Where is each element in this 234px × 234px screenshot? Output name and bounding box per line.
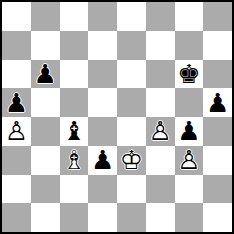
square-h4[interactable] bbox=[203, 117, 232, 146]
square-f7[interactable] bbox=[146, 31, 175, 60]
square-b5[interactable] bbox=[31, 88, 60, 117]
square-g5[interactable] bbox=[175, 88, 204, 117]
square-c5[interactable] bbox=[60, 88, 89, 117]
white-pawn: ♟♙ bbox=[175, 146, 204, 175]
square-c6[interactable] bbox=[60, 60, 89, 89]
square-g7[interactable] bbox=[175, 31, 204, 60]
square-f3[interactable] bbox=[146, 146, 175, 175]
square-b8[interactable] bbox=[31, 2, 60, 31]
square-b1[interactable] bbox=[31, 203, 60, 232]
black-bishop: ♝ bbox=[60, 117, 89, 146]
square-e7[interactable] bbox=[117, 31, 146, 60]
square-c2[interactable] bbox=[60, 175, 89, 204]
black-pawn: ♟ bbox=[31, 60, 60, 89]
square-h8[interactable] bbox=[203, 2, 232, 31]
square-e6[interactable] bbox=[117, 60, 146, 89]
black-pawn: ♟ bbox=[175, 117, 204, 146]
square-b3[interactable] bbox=[31, 146, 60, 175]
square-d2[interactable] bbox=[88, 175, 117, 204]
white-bishop: ♝♗ bbox=[60, 146, 89, 175]
square-c3[interactable]: ♝♗ bbox=[60, 146, 89, 175]
square-f4[interactable]: ♟♙ bbox=[146, 117, 175, 146]
square-d5[interactable] bbox=[88, 88, 117, 117]
square-c8[interactable] bbox=[60, 2, 89, 31]
black-king: ♚ bbox=[175, 60, 204, 89]
square-h1[interactable] bbox=[203, 203, 232, 232]
square-g4[interactable]: ♟ bbox=[175, 117, 204, 146]
square-a6[interactable] bbox=[2, 60, 31, 89]
square-e5[interactable] bbox=[117, 88, 146, 117]
square-f6[interactable] bbox=[146, 60, 175, 89]
square-e1[interactable] bbox=[117, 203, 146, 232]
square-a3[interactable] bbox=[2, 146, 31, 175]
square-a7[interactable] bbox=[2, 31, 31, 60]
square-e4[interactable] bbox=[117, 117, 146, 146]
square-g3[interactable]: ♟♙ bbox=[175, 146, 204, 175]
square-f5[interactable] bbox=[146, 88, 175, 117]
square-f2[interactable] bbox=[146, 175, 175, 204]
square-a1[interactable] bbox=[2, 203, 31, 232]
square-d7[interactable] bbox=[88, 31, 117, 60]
square-e2[interactable] bbox=[117, 175, 146, 204]
white-king: ♚♔ bbox=[117, 146, 146, 175]
square-g1[interactable] bbox=[175, 203, 204, 232]
square-a2[interactable] bbox=[2, 175, 31, 204]
black-pawn: ♟ bbox=[203, 88, 232, 117]
square-d8[interactable] bbox=[88, 2, 117, 31]
square-g2[interactable] bbox=[175, 175, 204, 204]
square-b7[interactable] bbox=[31, 31, 60, 60]
white-pawn: ♟♙ bbox=[146, 117, 175, 146]
square-b4[interactable] bbox=[31, 117, 60, 146]
square-h2[interactable] bbox=[203, 175, 232, 204]
square-h6[interactable] bbox=[203, 60, 232, 89]
square-a8[interactable] bbox=[2, 2, 31, 31]
square-h7[interactable] bbox=[203, 31, 232, 60]
square-d1[interactable] bbox=[88, 203, 117, 232]
square-b6[interactable]: ♟ bbox=[31, 60, 60, 89]
square-g8[interactable] bbox=[175, 2, 204, 31]
square-g6[interactable]: ♚ bbox=[175, 60, 204, 89]
white-pawn: ♟♙ bbox=[2, 117, 31, 146]
black-pawn: ♟ bbox=[2, 88, 31, 117]
square-d3[interactable]: ♟ bbox=[88, 146, 117, 175]
square-h5[interactable]: ♟ bbox=[203, 88, 232, 117]
black-pawn: ♟ bbox=[88, 146, 117, 175]
square-h3[interactable] bbox=[203, 146, 232, 175]
square-f8[interactable] bbox=[146, 2, 175, 31]
square-e3[interactable]: ♚♔ bbox=[117, 146, 146, 175]
square-d4[interactable] bbox=[88, 117, 117, 146]
square-e8[interactable] bbox=[117, 2, 146, 31]
square-d6[interactable] bbox=[88, 60, 117, 89]
chess-board: ♟♚♟♟♟♙♝♟♙♟♝♗♟♚♔♟♙ bbox=[0, 0, 234, 234]
square-c4[interactable]: ♝ bbox=[60, 117, 89, 146]
square-b2[interactable] bbox=[31, 175, 60, 204]
square-c1[interactable] bbox=[60, 203, 89, 232]
square-a4[interactable]: ♟♙ bbox=[2, 117, 31, 146]
square-c7[interactable] bbox=[60, 31, 89, 60]
square-a5[interactable]: ♟ bbox=[2, 88, 31, 117]
square-f1[interactable] bbox=[146, 203, 175, 232]
